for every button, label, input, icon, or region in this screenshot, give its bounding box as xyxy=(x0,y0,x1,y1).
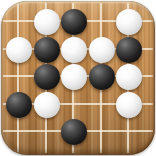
intersection-r0c2[interactable] xyxy=(60,8,88,36)
screenshot-canvas: { "game": { "name": "go-gomoku-wooden-bo… xyxy=(0,0,156,156)
black-stone xyxy=(61,119,87,145)
black-stone xyxy=(6,92,32,118)
intersection-r2c3[interactable] xyxy=(88,63,116,91)
black-stone xyxy=(34,64,60,90)
intersection-r2c1[interactable] xyxy=(33,63,61,91)
intersection-r4c4[interactable] xyxy=(115,118,143,146)
white-stone xyxy=(116,9,142,35)
white-stone xyxy=(34,92,60,118)
intersection-r2c4[interactable] xyxy=(115,63,143,91)
intersection-r3c3[interactable] xyxy=(88,91,116,119)
white-stone xyxy=(89,37,115,63)
black-stone xyxy=(89,64,115,90)
white-stone xyxy=(6,37,32,63)
intersection-r4c0[interactable] xyxy=(5,118,33,146)
intersection-r1c2[interactable] xyxy=(60,36,88,64)
intersection-r3c2[interactable] xyxy=(60,91,88,119)
intersection-r0c4[interactable] xyxy=(115,8,143,36)
intersection-r1c1[interactable] xyxy=(33,36,61,64)
intersection-r0c1[interactable] xyxy=(33,8,61,36)
white-stone xyxy=(61,64,87,90)
intersection-r2c0[interactable] xyxy=(5,63,33,91)
white-stone xyxy=(116,64,142,90)
intersection-r1c0[interactable] xyxy=(5,36,33,64)
white-stone xyxy=(116,92,142,118)
black-stone xyxy=(116,37,142,63)
black-stone xyxy=(34,37,60,63)
intersection-r0c0[interactable] xyxy=(5,8,33,36)
black-stone xyxy=(61,9,87,35)
intersection-r0c3[interactable] xyxy=(88,8,116,36)
go-board-icon[interactable] xyxy=(1,1,155,155)
white-stone xyxy=(34,9,60,35)
intersection-r4c3[interactable] xyxy=(88,118,116,146)
intersection-r4c2[interactable] xyxy=(60,118,88,146)
white-stone xyxy=(61,37,87,63)
intersection-r1c3[interactable] xyxy=(88,36,116,64)
intersection-r2c2[interactable] xyxy=(60,63,88,91)
board-grid xyxy=(5,8,143,146)
intersection-r1c4[interactable] xyxy=(115,36,143,64)
intersection-r3c0[interactable] xyxy=(5,91,33,119)
intersection-r3c4[interactable] xyxy=(115,91,143,119)
intersection-r3c1[interactable] xyxy=(33,91,61,119)
intersection-r4c1[interactable] xyxy=(33,118,61,146)
